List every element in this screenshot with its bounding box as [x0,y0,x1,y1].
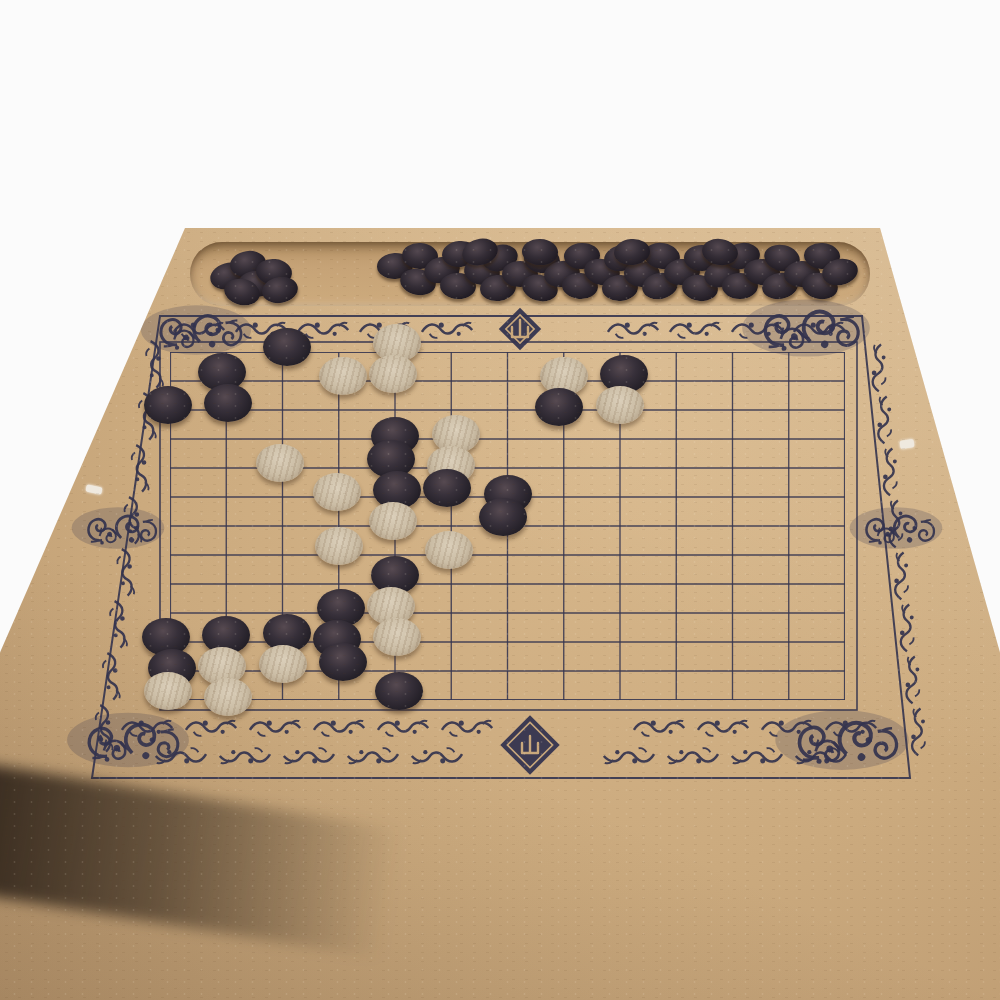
fold-notch-right [900,439,915,449]
fold-notch-left [85,484,102,494]
black-stone[interactable] [535,388,583,426]
black-stone[interactable] [423,469,471,507]
white-stone[interactable] [319,357,367,395]
black-stone[interactable] [263,328,311,366]
white-stone[interactable] [369,355,417,393]
white-stone[interactable] [313,473,361,511]
black-stone[interactable] [144,386,192,424]
white-stone[interactable] [425,531,473,569]
white-stone[interactable] [369,502,417,540]
black-stone[interactable] [319,643,367,681]
white-stone[interactable] [373,618,421,656]
stones-layer [170,352,845,700]
white-stone[interactable] [256,444,304,482]
photo-canvas: { "game": "Go / Weiqi (13x13 folding tra… [0,0,1000,1000]
white-stone[interactable] [315,527,363,565]
board-edge-shadow [0,760,427,962]
board-grid-area[interactable] [170,352,845,700]
white-stone[interactable] [596,386,644,424]
black-stone[interactable] [479,498,527,536]
white-stone[interactable] [144,672,192,710]
black-stone[interactable] [375,672,423,710]
white-stone[interactable] [259,645,307,683]
go-board [0,228,1000,1000]
black-stone[interactable] [204,384,252,422]
white-stone[interactable] [204,678,252,716]
stone-tray [190,242,870,306]
